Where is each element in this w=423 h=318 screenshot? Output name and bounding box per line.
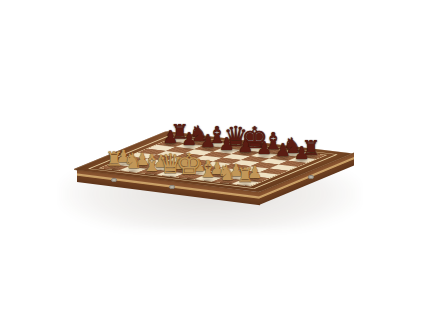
- chess-set-product-photo: Angled product photo of a folding wooden…: [0, 0, 423, 318]
- right-side-hinge: [308, 175, 314, 179]
- left-side-latch: [169, 185, 175, 189]
- left-side-hinge: [111, 178, 117, 182]
